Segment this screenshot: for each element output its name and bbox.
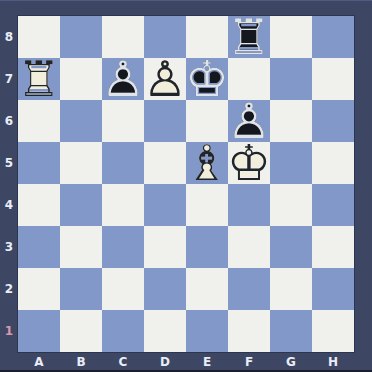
rank-label-4: 4 <box>0 184 18 226</box>
square-f1[interactable] <box>228 310 270 352</box>
square-d3[interactable] <box>144 226 186 268</box>
square-e8[interactable] <box>186 16 228 58</box>
square-d1[interactable] <box>144 310 186 352</box>
square-c6[interactable] <box>102 100 144 142</box>
rank-label-1: 1 <box>0 310 18 352</box>
square-a8[interactable] <box>18 16 60 58</box>
square-f7[interactable] <box>228 58 270 100</box>
piece-glyph-fill: ♟ <box>102 58 144 100</box>
piece-black-king-e7[interactable]: ♚♔ <box>186 58 228 100</box>
square-g1[interactable] <box>270 310 312 352</box>
piece-white-bishop-e5[interactable]: ♝♗ <box>186 142 228 184</box>
piece-glyph-outline: ♗ <box>186 142 228 184</box>
square-b4[interactable] <box>60 184 102 226</box>
piece-glyph-outline: ♖ <box>18 58 60 100</box>
square-f8[interactable]: ♜♖ <box>228 16 270 58</box>
piece-black-rook-f8[interactable]: ♜♖ <box>228 16 270 58</box>
square-e6[interactable] <box>186 100 228 142</box>
square-b6[interactable] <box>60 100 102 142</box>
square-d7[interactable]: ♟♙ <box>144 58 186 100</box>
piece-glyph-outline: ♖ <box>228 16 270 58</box>
square-b3[interactable] <box>60 226 102 268</box>
square-c5[interactable] <box>102 142 144 184</box>
square-a1[interactable] <box>18 310 60 352</box>
square-h6[interactable] <box>312 100 354 142</box>
square-g8[interactable] <box>270 16 312 58</box>
rank-labels: 87654321 <box>0 16 18 352</box>
file-label-a: A <box>18 353 60 371</box>
rank-label-8: 8 <box>0 16 18 58</box>
square-f2[interactable] <box>228 268 270 310</box>
rank-label-5: 5 <box>0 142 18 184</box>
file-label-b: B <box>60 353 102 371</box>
file-label-d: D <box>144 353 186 371</box>
square-e1[interactable] <box>186 310 228 352</box>
square-e3[interactable] <box>186 226 228 268</box>
square-h3[interactable] <box>312 226 354 268</box>
square-g5[interactable] <box>270 142 312 184</box>
square-e5[interactable]: ♝♗ <box>186 142 228 184</box>
square-a5[interactable] <box>18 142 60 184</box>
piece-black-pawn-f6[interactable]: ♟♙ <box>228 100 270 142</box>
rank-label-2: 2 <box>0 268 18 310</box>
chess-board: ♜♖♜♖♟♙♟♙♚♔♟♙♝♗♚♔ <box>18 16 354 352</box>
square-h7[interactable] <box>312 58 354 100</box>
square-g2[interactable] <box>270 268 312 310</box>
piece-white-pawn-d7[interactable]: ♟♙ <box>144 58 186 100</box>
square-f6[interactable]: ♟♙ <box>228 100 270 142</box>
square-f5[interactable]: ♚♔ <box>228 142 270 184</box>
square-c1[interactable] <box>102 310 144 352</box>
square-b5[interactable] <box>60 142 102 184</box>
square-f3[interactable] <box>228 226 270 268</box>
piece-black-pawn-c7[interactable]: ♟♙ <box>102 58 144 100</box>
square-d5[interactable] <box>144 142 186 184</box>
frame-top-edge <box>0 0 372 1</box>
square-d8[interactable] <box>144 16 186 58</box>
file-label-f: F <box>228 353 270 371</box>
square-e2[interactable] <box>186 268 228 310</box>
piece-glyph-fill: ♜ <box>228 16 270 58</box>
piece-glyph-fill: ♟ <box>228 100 270 142</box>
file-label-h: H <box>312 353 354 371</box>
square-g3[interactable] <box>270 226 312 268</box>
square-a7[interactable]: ♜♖ <box>18 58 60 100</box>
square-h4[interactable] <box>312 184 354 226</box>
square-h2[interactable] <box>312 268 354 310</box>
piece-white-rook-a7[interactable]: ♜♖ <box>18 58 60 100</box>
piece-glyph-outline: ♔ <box>228 142 270 184</box>
piece-glyph-outline: ♙ <box>144 58 186 100</box>
square-c8[interactable] <box>102 16 144 58</box>
square-b8[interactable] <box>60 16 102 58</box>
rank-label-3: 3 <box>0 226 18 268</box>
square-f4[interactable] <box>228 184 270 226</box>
square-a4[interactable] <box>18 184 60 226</box>
square-h5[interactable] <box>312 142 354 184</box>
square-h1[interactable] <box>312 310 354 352</box>
square-d2[interactable] <box>144 268 186 310</box>
piece-glyph-fill: ♝ <box>186 142 228 184</box>
piece-glyph-fill: ♚ <box>186 58 228 100</box>
square-a2[interactable] <box>18 268 60 310</box>
square-g4[interactable] <box>270 184 312 226</box>
square-a6[interactable] <box>18 100 60 142</box>
square-b1[interactable] <box>60 310 102 352</box>
square-g7[interactable] <box>270 58 312 100</box>
piece-glyph-outline: ♙ <box>102 58 144 100</box>
square-c7[interactable]: ♟♙ <box>102 58 144 100</box>
square-b2[interactable] <box>60 268 102 310</box>
file-label-e: E <box>186 353 228 371</box>
piece-glyph-fill: ♟ <box>144 58 186 100</box>
square-b7[interactable] <box>60 58 102 100</box>
piece-glyph-fill: ♜ <box>18 58 60 100</box>
file-labels: ABCDEFGH <box>18 353 354 371</box>
square-c2[interactable] <box>102 268 144 310</box>
square-a3[interactable] <box>18 226 60 268</box>
square-h8[interactable] <box>312 16 354 58</box>
diagram-frame: 87654321 ♜♖♜♖♟♙♟♙♚♔♟♙♝♗♚♔ ABCDEFGH <box>0 0 372 372</box>
square-d6[interactable] <box>144 100 186 142</box>
square-e7[interactable]: ♚♔ <box>186 58 228 100</box>
rank-label-7: 7 <box>0 58 18 100</box>
piece-glyph-outline: ♔ <box>186 58 228 100</box>
file-label-c: C <box>102 353 144 371</box>
square-d4[interactable] <box>144 184 186 226</box>
piece-white-king-f5[interactable]: ♚♔ <box>228 142 270 184</box>
file-label-g: G <box>270 353 312 371</box>
square-c4[interactable] <box>102 184 144 226</box>
square-e4[interactable] <box>186 184 228 226</box>
piece-glyph-fill: ♚ <box>228 142 270 184</box>
square-g6[interactable] <box>270 100 312 142</box>
square-c3[interactable] <box>102 226 144 268</box>
rank-label-6: 6 <box>0 100 18 142</box>
piece-glyph-outline: ♙ <box>228 100 270 142</box>
